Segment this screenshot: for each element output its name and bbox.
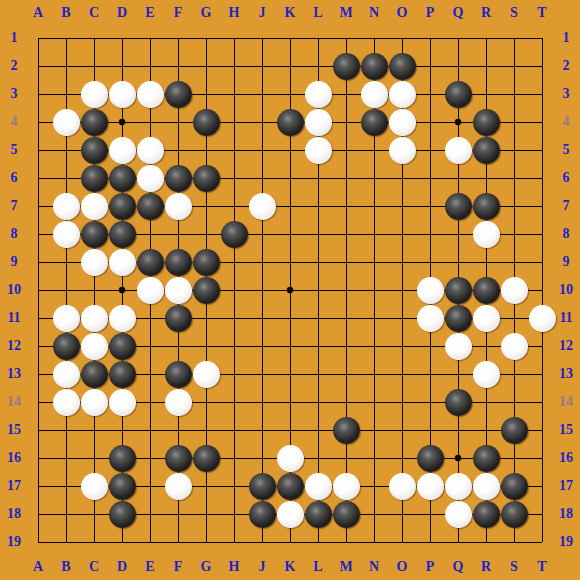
cell[interactable]	[192, 192, 220, 220]
cell[interactable]	[108, 304, 136, 332]
cell[interactable]	[164, 528, 192, 556]
cell[interactable]	[52, 192, 80, 220]
cell[interactable]	[164, 416, 192, 444]
cell[interactable]	[472, 304, 500, 332]
cell[interactable]	[80, 52, 108, 80]
cell[interactable]	[304, 416, 332, 444]
cell[interactable]	[332, 304, 360, 332]
cell[interactable]	[416, 192, 444, 220]
cell[interactable]	[528, 80, 556, 108]
cell[interactable]	[248, 108, 276, 136]
cell[interactable]	[164, 108, 192, 136]
cell[interactable]	[472, 416, 500, 444]
cell[interactable]	[444, 108, 472, 136]
cell[interactable]	[360, 24, 388, 52]
cell[interactable]	[444, 276, 472, 304]
cell[interactable]	[332, 276, 360, 304]
cell[interactable]	[248, 332, 276, 360]
cell[interactable]	[500, 52, 528, 80]
cell[interactable]	[164, 220, 192, 248]
cell[interactable]	[220, 332, 248, 360]
cell[interactable]	[444, 472, 472, 500]
cell[interactable]	[332, 192, 360, 220]
cell[interactable]	[24, 108, 52, 136]
cell[interactable]	[220, 136, 248, 164]
cell[interactable]	[80, 192, 108, 220]
cell[interactable]	[276, 24, 304, 52]
cell[interactable]	[136, 192, 164, 220]
cell[interactable]	[24, 52, 52, 80]
cell[interactable]	[304, 52, 332, 80]
cell[interactable]	[192, 388, 220, 416]
cell[interactable]	[500, 472, 528, 500]
cell[interactable]	[80, 248, 108, 276]
cell[interactable]	[528, 136, 556, 164]
cell[interactable]	[24, 220, 52, 248]
cell[interactable]	[360, 220, 388, 248]
cell[interactable]	[220, 80, 248, 108]
cell[interactable]	[220, 500, 248, 528]
cell[interactable]	[472, 360, 500, 388]
cell[interactable]	[248, 472, 276, 500]
cell[interactable]	[80, 332, 108, 360]
cell[interactable]	[52, 248, 80, 276]
cell[interactable]	[192, 528, 220, 556]
cell[interactable]	[248, 52, 276, 80]
cell[interactable]	[24, 528, 52, 556]
cell[interactable]	[500, 80, 528, 108]
cell[interactable]	[52, 388, 80, 416]
cell[interactable]	[276, 304, 304, 332]
cell[interactable]	[136, 248, 164, 276]
cell[interactable]	[388, 248, 416, 276]
cell[interactable]	[24, 304, 52, 332]
cell[interactable]	[500, 388, 528, 416]
cell[interactable]	[416, 500, 444, 528]
cell[interactable]	[332, 164, 360, 192]
cell[interactable]	[528, 220, 556, 248]
cell[interactable]	[332, 332, 360, 360]
cell[interactable]	[444, 80, 472, 108]
cell[interactable]	[164, 52, 192, 80]
cell[interactable]	[164, 444, 192, 472]
cell[interactable]	[220, 52, 248, 80]
cell[interactable]	[332, 388, 360, 416]
cell[interactable]	[192, 80, 220, 108]
cell[interactable]	[444, 192, 472, 220]
cell[interactable]	[276, 500, 304, 528]
cell[interactable]	[360, 136, 388, 164]
cell[interactable]	[500, 108, 528, 136]
cell[interactable]	[24, 136, 52, 164]
cell[interactable]	[108, 220, 136, 248]
cell[interactable]	[360, 360, 388, 388]
cell[interactable]	[304, 24, 332, 52]
cell[interactable]	[528, 108, 556, 136]
cell[interactable]	[332, 80, 360, 108]
cell[interactable]	[24, 332, 52, 360]
cell[interactable]	[24, 360, 52, 388]
cell[interactable]	[360, 332, 388, 360]
cell[interactable]	[360, 192, 388, 220]
cell[interactable]	[500, 360, 528, 388]
cell[interactable]	[220, 304, 248, 332]
cell[interactable]	[276, 276, 304, 304]
cell[interactable]	[192, 332, 220, 360]
cell[interactable]	[80, 304, 108, 332]
cell[interactable]	[136, 164, 164, 192]
cell[interactable]	[52, 304, 80, 332]
cell[interactable]	[528, 332, 556, 360]
cell[interactable]	[388, 528, 416, 556]
cell[interactable]	[500, 136, 528, 164]
cell[interactable]	[472, 276, 500, 304]
cell[interactable]	[108, 136, 136, 164]
cell[interactable]	[500, 164, 528, 192]
cell[interactable]	[304, 304, 332, 332]
cell[interactable]	[472, 192, 500, 220]
cell[interactable]	[192, 500, 220, 528]
cell[interactable]	[52, 164, 80, 192]
cell[interactable]	[80, 136, 108, 164]
cell[interactable]	[500, 444, 528, 472]
cell[interactable]	[472, 500, 500, 528]
cell[interactable]	[24, 388, 52, 416]
cell[interactable]	[304, 360, 332, 388]
cell[interactable]	[304, 276, 332, 304]
cell[interactable]	[444, 136, 472, 164]
cell[interactable]	[220, 416, 248, 444]
cell[interactable]	[220, 444, 248, 472]
cell[interactable]	[80, 276, 108, 304]
cell[interactable]	[108, 108, 136, 136]
cell[interactable]	[500, 332, 528, 360]
cell[interactable]	[248, 388, 276, 416]
cell[interactable]	[304, 332, 332, 360]
cell[interactable]	[248, 24, 276, 52]
cell[interactable]	[136, 360, 164, 388]
cell[interactable]	[528, 360, 556, 388]
cell[interactable]	[472, 80, 500, 108]
cell[interactable]	[52, 276, 80, 304]
cell[interactable]	[192, 52, 220, 80]
cell[interactable]	[332, 360, 360, 388]
cell[interactable]	[360, 248, 388, 276]
cell[interactable]	[164, 164, 192, 192]
cell[interactable]	[248, 416, 276, 444]
cell[interactable]	[192, 248, 220, 276]
cell[interactable]	[248, 164, 276, 192]
cell[interactable]	[416, 360, 444, 388]
cell[interactable]	[360, 416, 388, 444]
cell[interactable]	[304, 472, 332, 500]
cell[interactable]	[220, 248, 248, 276]
cell[interactable]	[52, 220, 80, 248]
cell[interactable]	[276, 472, 304, 500]
cell[interactable]	[500, 500, 528, 528]
cell[interactable]	[220, 192, 248, 220]
cell[interactable]	[220, 276, 248, 304]
cell[interactable]	[108, 276, 136, 304]
cell[interactable]	[528, 276, 556, 304]
cell[interactable]	[416, 304, 444, 332]
cell[interactable]	[360, 528, 388, 556]
cell[interactable]	[416, 24, 444, 52]
cell[interactable]	[248, 276, 276, 304]
cell[interactable]	[52, 332, 80, 360]
cell[interactable]	[24, 416, 52, 444]
cell[interactable]	[332, 416, 360, 444]
cell[interactable]	[416, 136, 444, 164]
cell[interactable]	[52, 52, 80, 80]
cell[interactable]	[360, 80, 388, 108]
cell[interactable]	[444, 24, 472, 52]
cell[interactable]	[108, 528, 136, 556]
cell[interactable]	[500, 416, 528, 444]
cell[interactable]	[360, 388, 388, 416]
cell[interactable]	[52, 528, 80, 556]
cell[interactable]	[136, 500, 164, 528]
cell[interactable]	[108, 388, 136, 416]
cell[interactable]	[220, 220, 248, 248]
cell[interactable]	[276, 220, 304, 248]
cell[interactable]	[192, 220, 220, 248]
cell[interactable]	[164, 332, 192, 360]
cell[interactable]	[472, 444, 500, 472]
cell[interactable]	[360, 500, 388, 528]
cell[interactable]	[164, 192, 192, 220]
cell[interactable]	[276, 248, 304, 276]
cell[interactable]	[192, 472, 220, 500]
cell[interactable]	[248, 500, 276, 528]
cell[interactable]	[192, 136, 220, 164]
cell[interactable]	[220, 108, 248, 136]
cell[interactable]	[80, 108, 108, 136]
cell[interactable]	[416, 472, 444, 500]
cell[interactable]	[248, 80, 276, 108]
cell[interactable]	[220, 360, 248, 388]
cell[interactable]	[416, 52, 444, 80]
cell[interactable]	[24, 444, 52, 472]
cell[interactable]	[332, 472, 360, 500]
cell[interactable]	[388, 164, 416, 192]
cell[interactable]	[52, 136, 80, 164]
cell[interactable]	[332, 136, 360, 164]
cell[interactable]	[80, 24, 108, 52]
cell[interactable]	[444, 388, 472, 416]
cell[interactable]	[164, 304, 192, 332]
cell[interactable]	[164, 388, 192, 416]
cell[interactable]	[164, 136, 192, 164]
cell[interactable]	[388, 388, 416, 416]
cell[interactable]	[472, 108, 500, 136]
cell[interactable]	[248, 192, 276, 220]
cell[interactable]	[416, 80, 444, 108]
cell[interactable]	[80, 500, 108, 528]
cell[interactable]	[24, 276, 52, 304]
cell[interactable]	[304, 108, 332, 136]
cell[interactable]	[80, 388, 108, 416]
cell[interactable]	[248, 304, 276, 332]
cell[interactable]	[248, 248, 276, 276]
cell[interactable]	[388, 332, 416, 360]
cell[interactable]	[136, 416, 164, 444]
cell[interactable]	[444, 220, 472, 248]
cell[interactable]	[388, 136, 416, 164]
cell[interactable]	[472, 136, 500, 164]
cell[interactable]	[500, 528, 528, 556]
cell[interactable]	[472, 388, 500, 416]
cell[interactable]	[108, 24, 136, 52]
cell[interactable]	[108, 500, 136, 528]
cell[interactable]	[472, 52, 500, 80]
cell[interactable]	[472, 24, 500, 52]
cell[interactable]	[52, 108, 80, 136]
cell[interactable]	[248, 528, 276, 556]
cell[interactable]	[332, 108, 360, 136]
cell[interactable]	[416, 528, 444, 556]
cell[interactable]	[192, 444, 220, 472]
cell[interactable]	[444, 360, 472, 388]
cell[interactable]	[136, 472, 164, 500]
cell[interactable]	[108, 360, 136, 388]
cell[interactable]	[444, 500, 472, 528]
cell[interactable]	[500, 192, 528, 220]
cell[interactable]	[136, 136, 164, 164]
cell[interactable]	[528, 248, 556, 276]
cell[interactable]	[388, 444, 416, 472]
cell[interactable]	[416, 248, 444, 276]
cell[interactable]	[528, 192, 556, 220]
cell[interactable]	[276, 52, 304, 80]
cell[interactable]	[332, 500, 360, 528]
cell[interactable]	[136, 276, 164, 304]
cell[interactable]	[472, 164, 500, 192]
cell[interactable]	[416, 332, 444, 360]
cell[interactable]	[80, 444, 108, 472]
cell[interactable]	[304, 136, 332, 164]
cell[interactable]	[388, 416, 416, 444]
cell[interactable]	[388, 108, 416, 136]
cell[interactable]	[528, 388, 556, 416]
cell[interactable]	[304, 500, 332, 528]
cell[interactable]	[416, 388, 444, 416]
cell[interactable]	[388, 52, 416, 80]
cell[interactable]	[388, 24, 416, 52]
cell[interactable]	[388, 472, 416, 500]
cell[interactable]	[416, 164, 444, 192]
cell[interactable]	[108, 80, 136, 108]
cell[interactable]	[500, 24, 528, 52]
cell[interactable]	[108, 332, 136, 360]
cell[interactable]	[192, 276, 220, 304]
cell[interactable]	[108, 472, 136, 500]
cell[interactable]	[80, 80, 108, 108]
cell[interactable]	[136, 80, 164, 108]
cell[interactable]	[304, 220, 332, 248]
cell[interactable]	[444, 416, 472, 444]
cell[interactable]	[528, 528, 556, 556]
cell[interactable]	[416, 108, 444, 136]
cell[interactable]	[304, 80, 332, 108]
cell[interactable]	[388, 304, 416, 332]
cell[interactable]	[164, 360, 192, 388]
cell[interactable]	[24, 80, 52, 108]
cell[interactable]	[472, 220, 500, 248]
cell[interactable]	[444, 332, 472, 360]
cell[interactable]	[528, 164, 556, 192]
cell[interactable]	[444, 52, 472, 80]
cell[interactable]	[108, 52, 136, 80]
cell[interactable]	[416, 444, 444, 472]
cell[interactable]	[276, 108, 304, 136]
cell[interactable]	[500, 304, 528, 332]
cell[interactable]	[444, 444, 472, 472]
cell[interactable]	[360, 304, 388, 332]
cell[interactable]	[444, 248, 472, 276]
cell[interactable]	[332, 52, 360, 80]
cell[interactable]	[52, 500, 80, 528]
cell[interactable]	[80, 472, 108, 500]
cell[interactable]	[388, 276, 416, 304]
cell[interactable]	[528, 52, 556, 80]
cell[interactable]	[528, 444, 556, 472]
cell[interactable]	[360, 444, 388, 472]
cell[interactable]	[388, 360, 416, 388]
cell[interactable]	[388, 500, 416, 528]
cell[interactable]	[220, 472, 248, 500]
cell[interactable]	[80, 528, 108, 556]
cell[interactable]	[136, 388, 164, 416]
cell[interactable]	[164, 472, 192, 500]
cell[interactable]	[248, 444, 276, 472]
cell[interactable]	[528, 24, 556, 52]
cell[interactable]	[360, 52, 388, 80]
cell[interactable]	[192, 360, 220, 388]
cell[interactable]	[360, 472, 388, 500]
cell[interactable]	[304, 248, 332, 276]
cell[interactable]	[500, 220, 528, 248]
cell[interactable]	[192, 108, 220, 136]
cell[interactable]	[388, 192, 416, 220]
cell[interactable]	[444, 528, 472, 556]
cell[interactable]	[276, 360, 304, 388]
cell[interactable]	[276, 444, 304, 472]
cell[interactable]	[528, 416, 556, 444]
cell[interactable]	[276, 528, 304, 556]
cell[interactable]	[136, 444, 164, 472]
cell[interactable]	[416, 220, 444, 248]
cell[interactable]	[276, 80, 304, 108]
cell[interactable]	[24, 500, 52, 528]
cell[interactable]	[304, 192, 332, 220]
cell[interactable]	[80, 164, 108, 192]
cell[interactable]	[444, 164, 472, 192]
cell[interactable]	[108, 192, 136, 220]
cell[interactable]	[164, 276, 192, 304]
cell[interactable]	[108, 248, 136, 276]
cell[interactable]	[80, 416, 108, 444]
cell[interactable]	[164, 500, 192, 528]
cell[interactable]	[360, 164, 388, 192]
cell[interactable]	[136, 304, 164, 332]
cell[interactable]	[472, 472, 500, 500]
cell[interactable]	[276, 164, 304, 192]
cell[interactable]	[164, 24, 192, 52]
cell[interactable]	[164, 248, 192, 276]
cell[interactable]	[416, 276, 444, 304]
cell[interactable]	[136, 220, 164, 248]
